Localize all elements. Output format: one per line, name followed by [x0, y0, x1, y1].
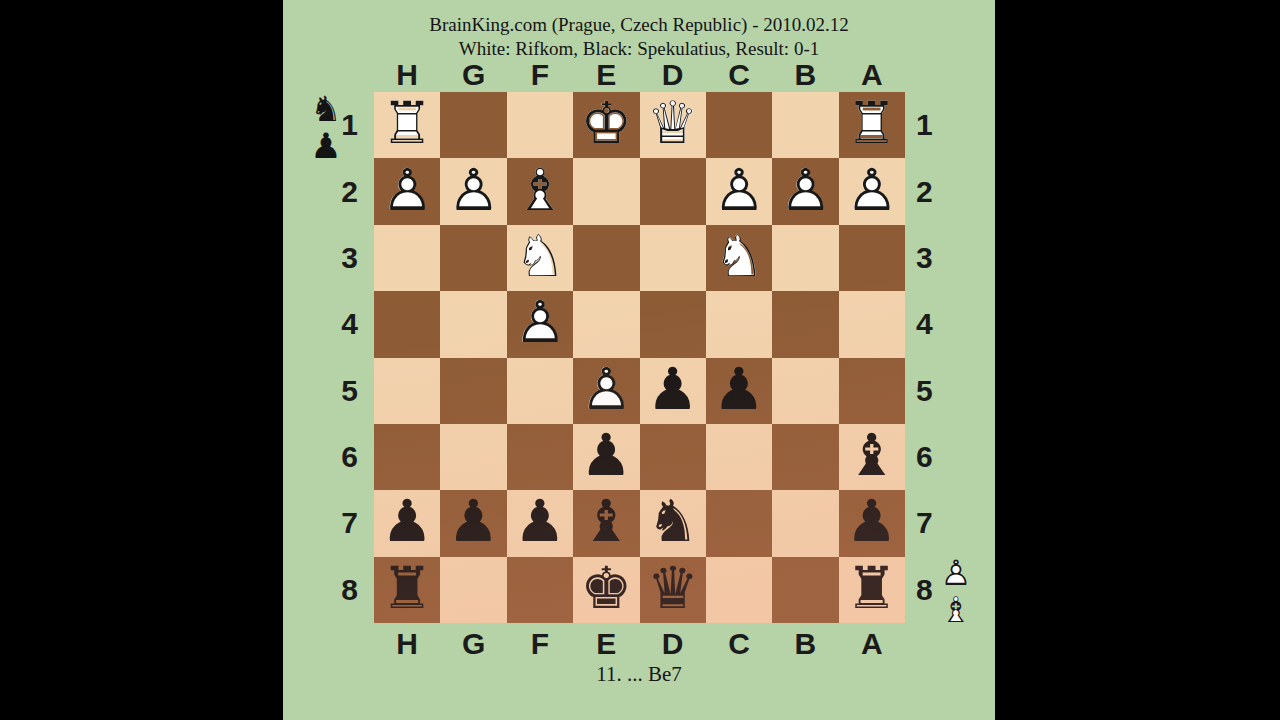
square-F4: ♟♙	[507, 291, 573, 357]
square-F7: ♟	[507, 490, 573, 556]
black-pawn-piece: ♟	[576, 426, 636, 488]
square-D7: ♞	[640, 490, 706, 556]
square-E2	[573, 158, 639, 224]
rank-label-8: 8	[312, 557, 358, 623]
video-frame: BrainKing.com (Prague, Czech Republic) -…	[0, 0, 1280, 720]
square-G8	[440, 557, 506, 623]
white-pawn-piece: ♟♙	[444, 161, 504, 223]
white-pawn-piece: ♟♙	[510, 293, 570, 355]
file-label-C: C	[706, 58, 772, 92]
square-F3: ♞♘	[507, 225, 573, 291]
rank-label-3: 3	[312, 225, 358, 291]
square-E7: ♝	[573, 490, 639, 556]
rank-label-3: 3	[916, 225, 962, 291]
square-D8: ♛	[640, 557, 706, 623]
file-labels-bottom: HGFEDCBA	[374, 627, 905, 661]
rank-label-4: 4	[312, 291, 358, 357]
rank-label-6: 6	[916, 424, 962, 490]
file-label-E: E	[573, 627, 639, 661]
square-G7: ♟	[440, 490, 506, 556]
black-pawn-piece: ♟	[444, 492, 504, 554]
white-rook-piece: ♜♖	[842, 94, 902, 156]
square-A2: ♟♙	[839, 158, 905, 224]
square-D6	[640, 424, 706, 490]
chess-board: ♜♖♚♔♛♕♜♖♟♙♟♙♝♗♟♙♟♙♟♙♞♘♞♘♟♙♟♙♟♟♟♝♟♟♟♝♞♟♜♚…	[374, 92, 905, 623]
white-bishop-piece: ♝♗	[510, 161, 570, 223]
black-king-piece: ♚	[576, 559, 636, 621]
black-rook-piece: ♜	[842, 559, 902, 621]
square-E6: ♟	[573, 424, 639, 490]
file-label-H: H	[374, 627, 440, 661]
square-C7	[706, 490, 772, 556]
square-A6: ♝	[839, 424, 905, 490]
board-panel: BrainKing.com (Prague, Czech Republic) -…	[283, 0, 995, 720]
white-pawn-piece: ♟♙	[709, 161, 769, 223]
square-H8: ♜	[374, 557, 440, 623]
square-C2: ♟♙	[706, 158, 772, 224]
square-H2: ♟♙	[374, 158, 440, 224]
square-H7: ♟	[374, 490, 440, 556]
square-G4	[440, 291, 506, 357]
square-F6	[507, 424, 573, 490]
square-B4	[772, 291, 838, 357]
square-G1	[440, 92, 506, 158]
black-pawn-piece: ♟	[709, 360, 769, 422]
square-E3	[573, 225, 639, 291]
square-E4	[573, 291, 639, 357]
black-pawn-piece: ♟	[842, 492, 902, 554]
file-label-F: F	[507, 58, 573, 92]
white-bishop-piece: ♝♗	[936, 593, 976, 630]
square-H6	[374, 424, 440, 490]
square-E5: ♟♙	[573, 358, 639, 424]
file-labels-top: HGFEDCBA	[374, 58, 905, 92]
black-knight-piece: ♞	[643, 492, 703, 554]
square-B7	[772, 490, 838, 556]
white-knight-piece: ♞♘	[510, 227, 570, 289]
square-D2	[640, 158, 706, 224]
file-label-D: D	[640, 627, 706, 661]
square-G2: ♟♙	[440, 158, 506, 224]
file-label-A: A	[839, 627, 905, 661]
square-D1: ♛♕	[640, 92, 706, 158]
site-title: BrainKing.com (Prague, Czech Republic) -…	[283, 14, 995, 36]
rank-label-5: 5	[312, 358, 358, 424]
square-E1: ♚♔	[573, 92, 639, 158]
black-bishop-piece: ♝	[842, 426, 902, 488]
square-G3	[440, 225, 506, 291]
black-pawn-piece: ♟	[306, 129, 346, 166]
white-king-piece: ♚♔	[576, 94, 636, 156]
file-label-G: G	[440, 58, 506, 92]
square-H4	[374, 291, 440, 357]
square-G6	[440, 424, 506, 490]
white-knight-piece: ♞♘	[709, 227, 769, 289]
rank-label-7: 7	[312, 490, 358, 556]
square-C8	[706, 557, 772, 623]
square-H1: ♜♖	[374, 92, 440, 158]
file-label-C: C	[706, 627, 772, 661]
square-D5: ♟	[640, 358, 706, 424]
square-B3	[772, 225, 838, 291]
black-bishop-piece: ♝	[576, 492, 636, 554]
square-C4	[706, 291, 772, 357]
rank-labels-left: 12345678	[312, 92, 358, 623]
square-A1: ♜♖	[839, 92, 905, 158]
file-label-F: F	[507, 627, 573, 661]
square-A5	[839, 358, 905, 424]
rank-labels-right: 12345678	[916, 92, 962, 623]
square-C6	[706, 424, 772, 490]
rank-label-2: 2	[916, 158, 962, 224]
black-pawn-piece: ♟	[643, 360, 703, 422]
square-E8: ♚	[573, 557, 639, 623]
square-F2: ♝♗	[507, 158, 573, 224]
black-pawn-piece: ♟	[377, 492, 437, 554]
white-pawn-piece: ♟♙	[576, 360, 636, 422]
square-F8	[507, 557, 573, 623]
file-label-B: B	[772, 627, 838, 661]
square-A4	[839, 291, 905, 357]
square-B5	[772, 358, 838, 424]
white-pawn-piece: ♟♙	[775, 161, 835, 223]
square-D3	[640, 225, 706, 291]
file-label-G: G	[440, 627, 506, 661]
white-pawn-piece: ♟♙	[936, 556, 976, 593]
square-A7: ♟	[839, 490, 905, 556]
square-H3	[374, 225, 440, 291]
rank-label-5: 5	[916, 358, 962, 424]
captured-black-pieces: ♞♟	[303, 92, 349, 166]
captured-white-pieces: ♟♙♝♗	[933, 556, 979, 630]
file-label-A: A	[839, 58, 905, 92]
rank-label-7: 7	[916, 490, 962, 556]
square-B2: ♟♙	[772, 158, 838, 224]
file-label-E: E	[573, 58, 639, 92]
players-result: White: Rifkom, Black: Spekulatius, Resul…	[283, 38, 995, 60]
square-A3	[839, 225, 905, 291]
white-queen-piece: ♛♕	[643, 94, 703, 156]
square-D4	[640, 291, 706, 357]
square-C1	[706, 92, 772, 158]
rank-label-1: 1	[916, 92, 962, 158]
white-rook-piece: ♜♖	[377, 94, 437, 156]
black-queen-piece: ♛	[643, 559, 703, 621]
rank-label-6: 6	[312, 424, 358, 490]
square-B8	[772, 557, 838, 623]
move-caption: 11. ... Be7	[283, 662, 995, 687]
square-C5: ♟	[706, 358, 772, 424]
file-label-H: H	[374, 58, 440, 92]
black-pawn-piece: ♟	[510, 492, 570, 554]
white-pawn-piece: ♟♙	[377, 161, 437, 223]
square-B6	[772, 424, 838, 490]
white-pawn-piece: ♟♙	[842, 161, 902, 223]
black-rook-piece: ♜	[377, 559, 437, 621]
file-label-B: B	[772, 58, 838, 92]
square-F1	[507, 92, 573, 158]
rank-label-2: 2	[312, 158, 358, 224]
rank-label-4: 4	[916, 291, 962, 357]
square-G5	[440, 358, 506, 424]
square-F5	[507, 358, 573, 424]
black-knight-piece: ♞	[306, 92, 346, 129]
square-H5	[374, 358, 440, 424]
square-B1	[772, 92, 838, 158]
file-label-D: D	[640, 58, 706, 92]
square-A8: ♜	[839, 557, 905, 623]
square-C3: ♞♘	[706, 225, 772, 291]
